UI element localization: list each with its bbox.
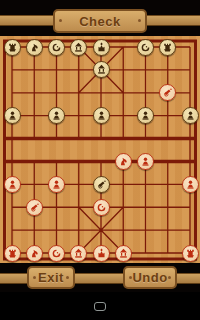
piece-red-cannon[interactable]	[26, 199, 43, 216]
piece-red-pawn[interactable]	[48, 176, 65, 193]
piece-black-pawn[interactable]	[4, 107, 21, 124]
android-nav-bar	[0, 292, 200, 320]
piece-black-pawn[interactable]	[137, 107, 154, 124]
piece-black-horse[interactable]	[26, 39, 43, 56]
piece-red-advisor[interactable]	[115, 245, 132, 262]
bottom-bar: Exit Undo	[0, 263, 200, 292]
home-icon[interactable]	[94, 302, 106, 311]
piece-black-elephant[interactable]	[48, 39, 65, 56]
piece-red-cannon[interactable]	[159, 84, 176, 101]
piece-red-pawn[interactable]	[4, 176, 21, 193]
piece-red-advisor[interactable]	[70, 245, 87, 262]
piece-red-pawn[interactable]	[182, 176, 199, 193]
piece-red-horse[interactable]	[26, 245, 43, 262]
piece-black-king[interactable]	[93, 39, 110, 56]
piece-red-horse[interactable]	[115, 153, 132, 170]
exit-button[interactable]: Exit	[27, 266, 75, 289]
piece-black-advisor[interactable]	[93, 61, 110, 78]
piece-black-cannon[interactable]	[93, 176, 110, 193]
piece-red-pawn[interactable]	[137, 153, 154, 170]
piece-red-rook[interactable]	[4, 245, 21, 262]
piece-black-rook[interactable]	[159, 39, 176, 56]
piece-black-rook[interactable]	[4, 39, 21, 56]
piece-red-rook[interactable]	[182, 245, 199, 262]
piece-black-pawn[interactable]	[93, 107, 110, 124]
undo-button[interactable]: Undo	[123, 266, 177, 289]
piece-black-elephant[interactable]	[137, 39, 154, 56]
piece-black-pawn[interactable]	[48, 107, 65, 124]
app-screen: Check Exit Undo	[0, 0, 200, 320]
piece-red-king[interactable]	[93, 245, 110, 262]
piece-red-elephant[interactable]	[48, 245, 65, 262]
piece-black-advisor[interactable]	[70, 39, 87, 56]
piece-red-elephant[interactable]	[93, 199, 110, 216]
piece-black-pawn[interactable]	[182, 107, 199, 124]
